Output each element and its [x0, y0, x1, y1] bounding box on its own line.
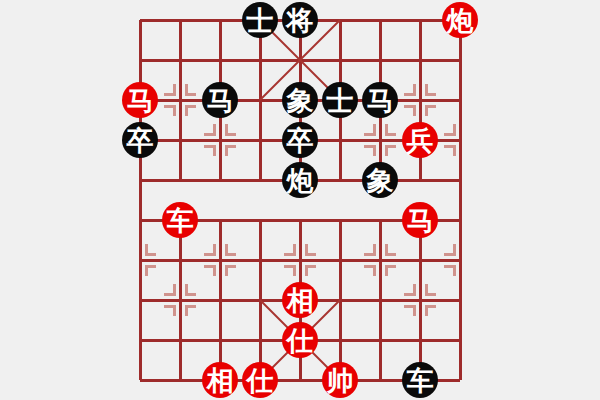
piece-black-advisor[interactable]: 士 — [322, 82, 358, 118]
piece-black-advisor[interactable]: 士 — [242, 2, 278, 38]
piece-black-chariot[interactable]: 车 — [402, 362, 438, 398]
piece-black-general[interactable]: 将 — [282, 2, 318, 38]
piece-red-general[interactable]: 帅 — [322, 362, 358, 398]
piece-black-elephant[interactable]: 象 — [282, 82, 318, 118]
piece-red-advisor[interactable]: 仕 — [282, 322, 318, 358]
piece-black-soldier[interactable]: 卒 — [122, 122, 158, 158]
piece-black-elephant[interactable]: 象 — [362, 162, 398, 198]
pieces-layer: 士将炮马马象士马卒卒兵炮象车马相仕相仕帅车 — [0, 0, 600, 400]
piece-red-chariot[interactable]: 车 — [162, 202, 198, 238]
piece-black-soldier[interactable]: 卒 — [282, 122, 318, 158]
piece-black-cannon[interactable]: 炮 — [282, 162, 318, 198]
piece-red-cannon[interactable]: 炮 — [442, 2, 478, 38]
xiangqi-board[interactable]: 士将炮马马象士马卒卒兵炮象车马相仕相仕帅车 — [0, 0, 600, 400]
piece-black-horse[interactable]: 马 — [202, 82, 238, 118]
piece-red-horse[interactable]: 马 — [122, 82, 158, 118]
piece-red-horse[interactable]: 马 — [402, 202, 438, 238]
piece-red-soldier[interactable]: 兵 — [402, 122, 438, 158]
piece-red-elephant[interactable]: 相 — [282, 282, 318, 318]
piece-red-advisor[interactable]: 仕 — [242, 362, 278, 398]
piece-red-elephant[interactable]: 相 — [202, 362, 238, 398]
piece-black-horse[interactable]: 马 — [362, 82, 398, 118]
